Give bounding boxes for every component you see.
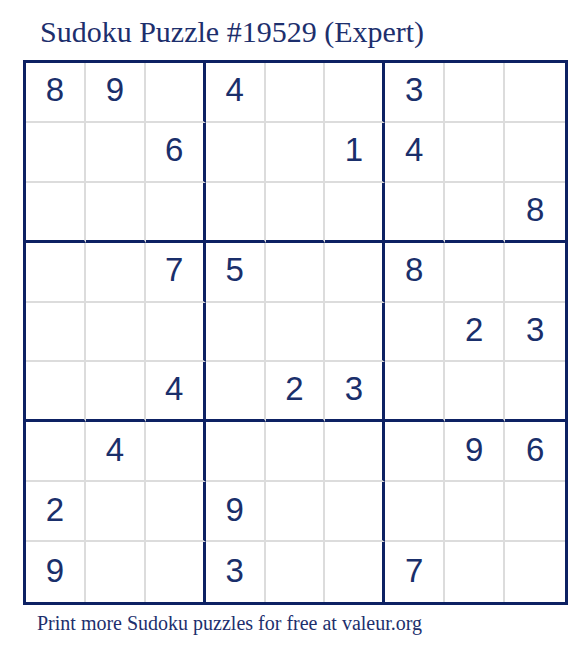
cell-r2c1	[26, 123, 86, 183]
cell-r3c1	[26, 183, 86, 243]
cell-r4c4: 5	[206, 243, 266, 303]
cell-r9c4: 3	[206, 542, 266, 602]
cell-r3c8	[445, 183, 505, 243]
cell-r3c4	[206, 183, 266, 243]
cell-r3c7	[385, 183, 445, 243]
sudoku-board: 894361487582342349629937	[23, 60, 568, 605]
cell-r7c9: 6	[505, 422, 565, 482]
cell-r4c3: 7	[146, 243, 206, 303]
cell-r4c9	[505, 243, 565, 303]
cell-r5c1	[26, 303, 86, 363]
cell-r4c6	[325, 243, 385, 303]
cell-r5c3	[146, 303, 206, 363]
cell-r2c7: 4	[385, 123, 445, 183]
cell-r2c5	[266, 123, 326, 183]
page-title: Sudoku Puzzle #19529 (Expert)	[40, 15, 424, 49]
cell-r9c9	[505, 542, 565, 602]
cell-r8c9	[505, 482, 565, 542]
cell-r2c2	[86, 123, 146, 183]
cell-r1c4: 4	[206, 63, 266, 123]
cell-r1c3	[146, 63, 206, 123]
cell-r8c4: 9	[206, 482, 266, 542]
cell-r8c3	[146, 482, 206, 542]
cell-r9c3	[146, 542, 206, 602]
cell-r8c1: 2	[26, 482, 86, 542]
cell-r5c4	[206, 303, 266, 363]
cell-r5c5	[266, 303, 326, 363]
cell-r9c7: 7	[385, 542, 445, 602]
cell-r7c6	[325, 422, 385, 482]
cell-r9c6	[325, 542, 385, 602]
cell-r3c5	[266, 183, 326, 243]
cell-r7c1	[26, 422, 86, 482]
cell-r5c8: 2	[445, 303, 505, 363]
cell-r7c2: 4	[86, 422, 146, 482]
cell-r9c8	[445, 542, 505, 602]
cell-r1c2: 9	[86, 63, 146, 123]
cell-r6c1	[26, 362, 86, 422]
cell-r4c2	[86, 243, 146, 303]
cell-r6c7	[385, 362, 445, 422]
cell-r6c2	[86, 362, 146, 422]
cell-r5c2	[86, 303, 146, 363]
cell-r2c4	[206, 123, 266, 183]
cell-r1c9	[505, 63, 565, 123]
cell-r4c8	[445, 243, 505, 303]
cell-r9c2	[86, 542, 146, 602]
cell-r2c9	[505, 123, 565, 183]
cell-r2c3: 6	[146, 123, 206, 183]
cell-r9c5	[266, 542, 326, 602]
cell-r4c5	[266, 243, 326, 303]
cell-r1c1: 8	[26, 63, 86, 123]
cell-r1c6	[325, 63, 385, 123]
cell-r1c8	[445, 63, 505, 123]
cell-r1c5	[266, 63, 326, 123]
cell-r4c7: 8	[385, 243, 445, 303]
cell-r8c5	[266, 482, 326, 542]
cell-r3c2	[86, 183, 146, 243]
cell-r5c9: 3	[505, 303, 565, 363]
cell-r1c7: 3	[385, 63, 445, 123]
cell-r7c8: 9	[445, 422, 505, 482]
cell-r6c8	[445, 362, 505, 422]
cell-r7c5	[266, 422, 326, 482]
cell-r5c7	[385, 303, 445, 363]
cell-r4c1	[26, 243, 86, 303]
cell-r3c6	[325, 183, 385, 243]
cell-r6c6: 3	[325, 362, 385, 422]
cell-r6c5: 2	[266, 362, 326, 422]
cell-r7c4	[206, 422, 266, 482]
cell-r6c3: 4	[146, 362, 206, 422]
cell-r7c7	[385, 422, 445, 482]
cell-r8c2	[86, 482, 146, 542]
cell-r5c6	[325, 303, 385, 363]
cell-r3c3	[146, 183, 206, 243]
cell-r8c6	[325, 482, 385, 542]
cell-r6c4	[206, 362, 266, 422]
cell-r7c3	[146, 422, 206, 482]
cell-r8c8	[445, 482, 505, 542]
cell-r2c6: 1	[325, 123, 385, 183]
cell-r2c8	[445, 123, 505, 183]
cell-r3c9: 8	[505, 183, 565, 243]
cell-r6c9	[505, 362, 565, 422]
cell-r8c7	[385, 482, 445, 542]
footer-credit: Print more Sudoku puzzles for free at va…	[37, 612, 422, 635]
cell-r9c1: 9	[26, 542, 86, 602]
